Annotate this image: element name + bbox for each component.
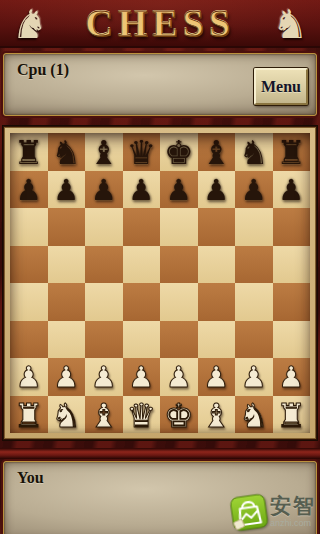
opponent-name-label: Cpu (1) <box>17 61 69 79</box>
square-b8[interactable]: ♞ <box>48 133 86 171</box>
store-name-label: 安智 <box>270 496 316 517</box>
square-b2[interactable]: ♟ <box>48 358 86 396</box>
square-d2[interactable]: ♟ <box>123 358 161 396</box>
square-f7[interactable]: ♟ <box>198 171 236 209</box>
square-d5[interactable] <box>123 246 161 284</box>
piece-black-pawn[interactable]: ♟ <box>203 176 229 205</box>
piece-white-pawn[interactable]: ♟ <box>128 363 154 392</box>
square-e6[interactable] <box>160 208 198 246</box>
square-d1[interactable]: ♛ <box>123 396 161 434</box>
square-b1[interactable]: ♞ <box>48 396 86 434</box>
piece-white-pawn[interactable]: ♟ <box>16 363 42 392</box>
piece-white-rook[interactable]: ♜ <box>14 399 44 432</box>
piece-black-knight[interactable]: ♞ <box>51 136 81 169</box>
title-bar: ♞ CHESS ♞ <box>0 0 320 48</box>
square-g4[interactable] <box>235 283 273 321</box>
piece-black-pawn[interactable]: ♟ <box>16 176 42 205</box>
square-c2[interactable]: ♟ <box>85 358 123 396</box>
square-f4[interactable] <box>198 283 236 321</box>
square-c8[interactable]: ♝ <box>85 133 123 171</box>
square-d4[interactable] <box>123 283 161 321</box>
piece-black-pawn[interactable]: ♟ <box>128 176 154 205</box>
piece-white-knight[interactable]: ♞ <box>51 399 81 432</box>
square-a3[interactable] <box>10 321 48 359</box>
square-b7[interactable]: ♟ <box>48 171 86 209</box>
square-e7[interactable]: ♟ <box>160 171 198 209</box>
square-f6[interactable] <box>198 208 236 246</box>
piece-black-queen[interactable]: ♛ <box>126 136 156 169</box>
piece-white-pawn[interactable]: ♟ <box>241 363 267 392</box>
square-f2[interactable]: ♟ <box>198 358 236 396</box>
piece-white-pawn[interactable]: ♟ <box>91 363 117 392</box>
square-d7[interactable]: ♟ <box>123 171 161 209</box>
piece-black-king[interactable]: ♚ <box>164 136 194 169</box>
square-c6[interactable] <box>85 208 123 246</box>
piece-black-pawn[interactable]: ♟ <box>241 176 267 205</box>
knight-icon-right: ♞ <box>272 1 308 47</box>
square-c1[interactable]: ♝ <box>85 396 123 434</box>
square-h3[interactable] <box>273 321 311 359</box>
square-h8[interactable]: ♜ <box>273 133 311 171</box>
square-b5[interactable] <box>48 246 86 284</box>
piece-white-pawn[interactable]: ♟ <box>203 363 229 392</box>
piece-black-knight[interactable]: ♞ <box>239 136 269 169</box>
anzhi-store-badge[interactable]: 安智 anzhi.com <box>231 494 316 530</box>
piece-black-pawn[interactable]: ♟ <box>278 176 304 205</box>
square-e1[interactable]: ♚ <box>160 396 198 434</box>
square-g2[interactable]: ♟ <box>235 358 273 396</box>
square-h4[interactable] <box>273 283 311 321</box>
player-name-label: You <box>17 469 44 487</box>
square-f3[interactable] <box>198 321 236 359</box>
square-a1[interactable]: ♜ <box>10 396 48 434</box>
piece-black-pawn[interactable]: ♟ <box>166 176 192 205</box>
square-a7[interactable]: ♟ <box>10 171 48 209</box>
piece-white-king[interactable]: ♚ <box>164 399 194 432</box>
menu-button[interactable]: Menu <box>254 68 308 105</box>
square-e4[interactable] <box>160 283 198 321</box>
square-d6[interactable] <box>123 208 161 246</box>
store-domain-label: anzhi.com <box>270 519 311 528</box>
square-h1[interactable]: ♜ <box>273 396 311 434</box>
piece-white-bishop[interactable]: ♝ <box>201 399 231 432</box>
piece-black-bishop[interactable]: ♝ <box>89 136 119 169</box>
square-h5[interactable] <box>273 246 311 284</box>
shopping-bag-icon <box>229 492 270 533</box>
square-g8[interactable]: ♞ <box>235 133 273 171</box>
piece-white-pawn[interactable]: ♟ <box>53 363 79 392</box>
square-a5[interactable] <box>10 246 48 284</box>
curtain-fold-divider <box>0 448 320 459</box>
piece-white-rook[interactable]: ♜ <box>276 399 306 432</box>
piece-black-pawn[interactable]: ♟ <box>53 176 79 205</box>
square-d8[interactable]: ♛ <box>123 133 161 171</box>
square-h2[interactable]: ♟ <box>273 358 311 396</box>
opponent-panel: Cpu (1) Menu <box>3 53 317 116</box>
square-a6[interactable] <box>10 208 48 246</box>
square-e8[interactable]: ♚ <box>160 133 198 171</box>
square-d3[interactable] <box>123 321 161 359</box>
square-a2[interactable]: ♟ <box>10 358 48 396</box>
piece-black-bishop[interactable]: ♝ <box>201 136 231 169</box>
square-b3[interactable] <box>48 321 86 359</box>
square-c5[interactable] <box>85 246 123 284</box>
square-f1[interactable]: ♝ <box>198 396 236 434</box>
piece-white-queen[interactable]: ♛ <box>126 399 156 432</box>
piece-black-pawn[interactable]: ♟ <box>91 176 117 205</box>
square-g5[interactable] <box>235 246 273 284</box>
square-g6[interactable] <box>235 208 273 246</box>
piece-black-rook[interactable]: ♜ <box>14 136 44 169</box>
board-frame: ♜♞♝♛♚♝♞♜♟♟♟♟♟♟♟♟♟♟♟♟♟♟♟♟♜♞♝♛♚♝♞♜ <box>3 126 317 440</box>
store-text: 安智 anzhi.com <box>270 496 316 528</box>
board: ♜♞♝♛♚♝♞♜♟♟♟♟♟♟♟♟♟♟♟♟♟♟♟♟♜♞♝♛♚♝♞♜ <box>10 133 310 433</box>
square-h6[interactable] <box>273 208 311 246</box>
piece-white-pawn[interactable]: ♟ <box>278 363 304 392</box>
square-c7[interactable]: ♟ <box>85 171 123 209</box>
square-f5[interactable] <box>198 246 236 284</box>
app-screen: ♞ CHESS ♞ Cpu (1) Menu ♜♞♝♛♚♝♞♜♟♟♟♟♟♟♟♟♟… <box>0 0 320 534</box>
square-h7[interactable]: ♟ <box>273 171 311 209</box>
square-g3[interactable] <box>235 321 273 359</box>
square-a8[interactable]: ♜ <box>10 133 48 171</box>
knight-icon-left: ♞ <box>12 1 48 47</box>
square-e5[interactable] <box>160 246 198 284</box>
square-a4[interactable] <box>10 283 48 321</box>
square-e3[interactable] <box>160 321 198 359</box>
square-g1[interactable]: ♞ <box>235 396 273 434</box>
square-b6[interactable] <box>48 208 86 246</box>
square-c3[interactable] <box>85 321 123 359</box>
piece-white-bishop[interactable]: ♝ <box>89 399 119 432</box>
square-b4[interactable] <box>48 283 86 321</box>
piece-black-rook[interactable]: ♜ <box>276 136 306 169</box>
app-title: CHESS <box>85 0 235 46</box>
square-f8[interactable]: ♝ <box>198 133 236 171</box>
piece-white-pawn[interactable]: ♟ <box>166 363 192 392</box>
square-e2[interactable]: ♟ <box>160 358 198 396</box>
square-g7[interactable]: ♟ <box>235 171 273 209</box>
piece-white-knight[interactable]: ♞ <box>239 399 269 432</box>
square-c4[interactable] <box>85 283 123 321</box>
